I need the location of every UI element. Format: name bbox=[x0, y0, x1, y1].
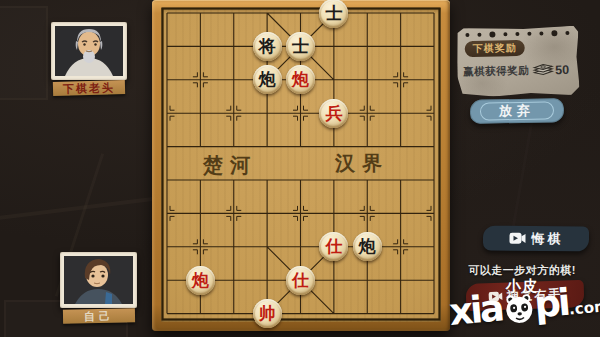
piece-red-帅[interactable]: 帅 bbox=[253, 299, 282, 328]
piece-black-士[interactable]: 士 bbox=[319, 0, 348, 28]
opponent-name-banner: 下棋老头 bbox=[53, 80, 125, 96]
video-play-icon bbox=[508, 232, 525, 245]
opponent-card: 下棋老头 bbox=[51, 22, 127, 95]
note-perforation bbox=[456, 26, 578, 39]
piece-black-炮[interactable]: 炮 bbox=[353, 232, 382, 261]
right-hand-button[interactable]: 神之右手 bbox=[466, 280, 585, 311]
piece-red-炮[interactable]: 炮 bbox=[186, 266, 215, 295]
hint-text: 可以走一步对方的棋! bbox=[458, 263, 586, 278]
river-label-right: 汉界 bbox=[335, 150, 389, 177]
reward-note: 下棋奖励 赢棋获得奖励 50 bbox=[456, 26, 579, 98]
piece-black-将[interactable]: 将 bbox=[253, 32, 282, 61]
right-hand-label: 神之右手 bbox=[506, 286, 563, 305]
undo-label: 悔棋 bbox=[531, 229, 563, 247]
piece-black-士[interactable]: 士 bbox=[286, 32, 315, 61]
give-up-button[interactable]: 放弃 bbox=[470, 98, 564, 124]
river-label-left: 楚河 bbox=[203, 152, 257, 179]
piece-red-仕[interactable]: 仕 bbox=[286, 266, 315, 295]
background-texture bbox=[510, 121, 534, 240]
video-play-icon bbox=[487, 291, 502, 303]
self-name-banner: 自己 bbox=[62, 308, 134, 323]
self-avatar bbox=[64, 256, 133, 304]
self-portrait-frame bbox=[60, 252, 137, 308]
opponent-portrait-frame bbox=[51, 22, 127, 80]
reward-line-text: 赢棋获得奖励 bbox=[463, 63, 529, 78]
undo-move-button[interactable]: 悔棋 bbox=[483, 226, 589, 252]
piece-black-炮[interactable]: 炮 bbox=[253, 65, 282, 94]
wall-decor bbox=[0, 6, 48, 100]
banknote-stack-icon bbox=[532, 62, 554, 77]
reward-amount: 50 bbox=[555, 62, 569, 76]
piece-red-兵[interactable]: 兵 bbox=[319, 99, 348, 128]
give-up-label: 放弃 bbox=[499, 102, 535, 121]
opponent-avatar bbox=[55, 26, 123, 76]
reward-title-badge: 下棋奖励 bbox=[465, 40, 525, 57]
xiangqi-board: 楚河 汉界 士将士炮炮兵仕炮炮仕帅 bbox=[152, 0, 450, 331]
self-card: 自己 bbox=[60, 252, 137, 323]
